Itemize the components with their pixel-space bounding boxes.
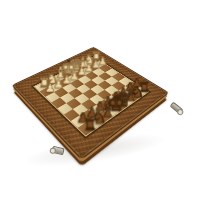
- chess-set-photo: ♜♞♝♚♛♝♞♜♟♟♟♟♟♟♟♟♟♟♟♟♟♟♟♟♜♞♝♚♛♝♞♜: [0, 0, 200, 200]
- scene: ♜♞♝♚♛♝♞♜♟♟♟♟♟♟♟♟♟♟♟♟♟♟♟♟♜♞♝♚♛♝♞♜: [0, 0, 200, 200]
- front-clasp: [51, 146, 64, 156]
- chess-board: ♜♞♝♚♛♝♞♜♟♟♟♟♟♟♟♟♟♟♟♟♟♟♟♟♜♞♝♚♛♝♞♜: [11, 47, 169, 160]
- board-frame: ♜♞♝♚♛♝♞♜♟♟♟♟♟♟♟♟♟♟♟♟♟♟♟♟♜♞♝♚♛♝♞♜: [11, 47, 169, 160]
- piece-white-pawn: ♟: [45, 83, 56, 95]
- piece-black-rook: ♜: [83, 116, 97, 132]
